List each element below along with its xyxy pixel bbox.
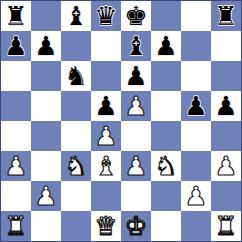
piece-white-knight[interactable]: ♞ xyxy=(64,151,87,181)
square-f7[interactable]: ♟ xyxy=(151,31,181,61)
square-a4[interactable] xyxy=(1,121,31,151)
square-a5[interactable] xyxy=(1,91,31,121)
square-e5[interactable]: ♟ xyxy=(121,91,151,121)
piece-black-rook[interactable]: ♜ xyxy=(4,1,27,31)
piece-black-pawn[interactable]: ♟ xyxy=(124,61,147,91)
piece-black-knight[interactable]: ♞ xyxy=(64,61,87,91)
square-a3[interactable]: ♟ xyxy=(1,151,31,181)
square-a7[interactable]: ♟ xyxy=(1,31,31,61)
piece-white-pawn[interactable]: ♟ xyxy=(4,151,27,181)
square-d3[interactable]: ♝ xyxy=(91,151,121,181)
square-h5[interactable]: ♟ xyxy=(211,91,241,121)
square-h1[interactable]: ♜ xyxy=(211,211,241,241)
square-g7[interactable] xyxy=(181,31,211,61)
square-g1[interactable] xyxy=(181,211,211,241)
piece-white-pawn[interactable]: ♟ xyxy=(214,151,237,181)
square-h2[interactable] xyxy=(211,181,241,211)
square-b8[interactable] xyxy=(31,1,61,31)
square-a1[interactable]: ♜ xyxy=(1,211,31,241)
square-f6[interactable] xyxy=(151,61,181,91)
square-f1[interactable] xyxy=(151,211,181,241)
square-c4[interactable] xyxy=(61,121,91,151)
piece-black-bishop[interactable]: ♝ xyxy=(124,31,147,61)
square-f8[interactable] xyxy=(151,1,181,31)
piece-white-rook[interactable]: ♜ xyxy=(4,211,27,241)
piece-black-pawn[interactable]: ♟ xyxy=(4,31,27,61)
square-c8[interactable]: ♝ xyxy=(61,1,91,31)
square-d1[interactable]: ♛ xyxy=(91,211,121,241)
square-f2[interactable] xyxy=(151,181,181,211)
piece-white-bishop[interactable]: ♝ xyxy=(94,151,117,181)
square-e8[interactable]: ♚ xyxy=(121,1,151,31)
square-h6[interactable] xyxy=(211,61,241,91)
square-c2[interactable] xyxy=(61,181,91,211)
square-c3[interactable]: ♞ xyxy=(61,151,91,181)
square-d2[interactable] xyxy=(91,181,121,211)
piece-white-pawn[interactable]: ♟ xyxy=(184,181,207,211)
square-a2[interactable] xyxy=(1,181,31,211)
square-b6[interactable] xyxy=(31,61,61,91)
square-d6[interactable] xyxy=(91,61,121,91)
square-e3[interactable]: ♟ xyxy=(121,151,151,181)
square-a6[interactable] xyxy=(1,61,31,91)
square-c5[interactable] xyxy=(61,91,91,121)
square-h3[interactable]: ♟ xyxy=(211,151,241,181)
square-b7[interactable]: ♟ xyxy=(31,31,61,61)
square-d4[interactable]: ♟ xyxy=(91,121,121,151)
piece-black-pawn[interactable]: ♟ xyxy=(94,91,117,121)
piece-black-king[interactable]: ♚ xyxy=(124,1,147,31)
square-d7[interactable] xyxy=(91,31,121,61)
square-h8[interactable]: ♜ xyxy=(211,1,241,31)
square-e7[interactable]: ♝ xyxy=(121,31,151,61)
piece-white-pawn[interactable]: ♟ xyxy=(124,91,147,121)
square-b4[interactable] xyxy=(31,121,61,151)
square-d8[interactable]: ♛ xyxy=(91,1,121,31)
square-b3[interactable] xyxy=(31,151,61,181)
square-b5[interactable] xyxy=(31,91,61,121)
square-f3[interactable]: ♞ xyxy=(151,151,181,181)
square-d5[interactable]: ♟ xyxy=(91,91,121,121)
square-c6[interactable]: ♞ xyxy=(61,61,91,91)
piece-black-pawn[interactable]: ♟ xyxy=(214,91,237,121)
piece-white-queen[interactable]: ♛ xyxy=(94,211,117,241)
square-g4[interactable] xyxy=(181,121,211,151)
piece-black-queen[interactable]: ♛ xyxy=(94,1,117,31)
square-g2[interactable]: ♟ xyxy=(181,181,211,211)
square-e1[interactable]: ♚ xyxy=(121,211,151,241)
piece-white-rook[interactable]: ♜ xyxy=(214,211,237,241)
piece-white-king[interactable]: ♚ xyxy=(124,211,147,241)
square-g8[interactable] xyxy=(181,1,211,31)
square-c7[interactable] xyxy=(61,31,91,61)
square-g3[interactable] xyxy=(181,151,211,181)
square-h7[interactable] xyxy=(211,31,241,61)
square-g5[interactable]: ♟ xyxy=(181,91,211,121)
square-f4[interactable] xyxy=(151,121,181,151)
square-b1[interactable] xyxy=(31,211,61,241)
piece-black-pawn[interactable]: ♟ xyxy=(184,91,207,121)
square-g6[interactable] xyxy=(181,61,211,91)
square-f5[interactable] xyxy=(151,91,181,121)
piece-white-pawn[interactable]: ♟ xyxy=(34,181,57,211)
square-b2[interactable]: ♟ xyxy=(31,181,61,211)
piece-white-knight[interactable]: ♞ xyxy=(154,151,177,181)
chess-board: ♜♝♛♚♜♟♟♝♟♞♟♟♟♟♟♟♟♞♝♟♞♟♟♟♜♛♚♜ xyxy=(0,0,242,242)
piece-white-pawn[interactable]: ♟ xyxy=(94,121,117,151)
square-e2[interactable] xyxy=(121,181,151,211)
piece-black-bishop[interactable]: ♝ xyxy=(64,1,87,31)
square-e6[interactable]: ♟ xyxy=(121,61,151,91)
square-a8[interactable]: ♜ xyxy=(1,1,31,31)
piece-white-pawn[interactable]: ♟ xyxy=(124,151,147,181)
piece-black-rook[interactable]: ♜ xyxy=(214,1,237,31)
square-c1[interactable] xyxy=(61,211,91,241)
square-h4[interactable] xyxy=(211,121,241,151)
piece-black-pawn[interactable]: ♟ xyxy=(154,31,177,61)
piece-black-pawn[interactable]: ♟ xyxy=(34,31,57,61)
square-e4[interactable] xyxy=(121,121,151,151)
